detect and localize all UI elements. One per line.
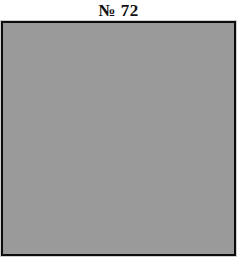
chess-board [1, 21, 236, 256]
chess-diagram: № 72 [0, 0, 237, 261]
problem-number: № 72 [98, 0, 138, 21]
